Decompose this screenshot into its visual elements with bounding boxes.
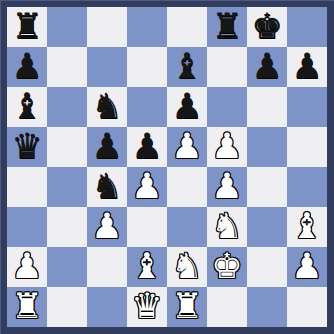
square-b8[interactable] (47, 7, 87, 47)
square-h6[interactable] (287, 87, 327, 127)
square-e6[interactable]: ♟ (167, 87, 207, 127)
square-c2[interactable] (87, 247, 127, 287)
square-b5[interactable] (47, 127, 87, 167)
square-e8[interactable] (167, 7, 207, 47)
square-c1[interactable] (87, 287, 127, 327)
square-c5[interactable]: ♟ (87, 127, 127, 167)
square-f5[interactable]: ♟ (207, 127, 247, 167)
square-d4[interactable]: ♟ (127, 167, 167, 207)
square-a8[interactable]: ♜ (7, 7, 47, 47)
piece-black-rook[interactable]: ♜ (211, 7, 242, 46)
square-g6[interactable] (247, 87, 287, 127)
square-g1[interactable] (247, 287, 287, 327)
square-f1[interactable] (207, 287, 247, 327)
piece-white-knight[interactable]: ♞ (211, 207, 242, 246)
square-f8[interactable]: ♜ (207, 7, 247, 47)
piece-white-pawn[interactable]: ♟ (171, 127, 202, 166)
square-d3[interactable] (127, 207, 167, 247)
square-e1[interactable]: ♜ (167, 287, 207, 327)
piece-black-pawn[interactable]: ♟ (171, 87, 202, 126)
piece-black-knight[interactable]: ♞ (91, 167, 122, 206)
square-a6[interactable]: ♝ (7, 87, 47, 127)
square-d1[interactable]: ♛ (127, 287, 167, 327)
square-a5[interactable]: ♛ (7, 127, 47, 167)
square-g3[interactable] (247, 207, 287, 247)
piece-white-pawn[interactable]: ♟ (211, 167, 242, 206)
piece-white-pawn[interactable]: ♟ (211, 127, 242, 166)
square-g7[interactable]: ♟ (247, 47, 287, 87)
piece-white-pawn[interactable]: ♟ (11, 247, 42, 286)
piece-black-knight[interactable]: ♞ (91, 87, 122, 126)
square-b2[interactable] (47, 247, 87, 287)
square-f4[interactable]: ♟ (207, 167, 247, 207)
piece-white-knight[interactable]: ♞ (171, 247, 202, 286)
square-f7[interactable] (207, 47, 247, 87)
square-a4[interactable] (7, 167, 47, 207)
square-h2[interactable]: ♟ (287, 247, 327, 287)
square-d7[interactable] (127, 47, 167, 87)
square-f6[interactable] (207, 87, 247, 127)
square-h8[interactable] (287, 7, 327, 47)
piece-white-pawn[interactable]: ♟ (291, 247, 322, 286)
piece-white-bishop[interactable]: ♝ (131, 247, 162, 286)
square-e7[interactable]: ♝ (167, 47, 207, 87)
square-h4[interactable] (287, 167, 327, 207)
square-e5[interactable]: ♟ (167, 127, 207, 167)
square-c6[interactable]: ♞ (87, 87, 127, 127)
square-d6[interactable] (127, 87, 167, 127)
square-e3[interactable] (167, 207, 207, 247)
piece-white-king[interactable]: ♚ (211, 247, 242, 286)
piece-black-rook[interactable]: ♜ (11, 7, 42, 46)
square-f2[interactable]: ♚ (207, 247, 247, 287)
square-d8[interactable] (127, 7, 167, 47)
square-h5[interactable] (287, 127, 327, 167)
square-a7[interactable]: ♟ (7, 47, 47, 87)
piece-white-rook[interactable]: ♜ (11, 287, 42, 326)
chess-board: ♜♜♚♟♝♟♟♝♞♟♛♟♟♟♟♞♟♟♟♞♝♟♝♞♚♟♜♛♜ (7, 7, 327, 327)
piece-black-bishop[interactable]: ♝ (11, 87, 42, 126)
piece-white-pawn[interactable]: ♟ (91, 207, 122, 246)
square-b1[interactable] (47, 287, 87, 327)
piece-white-queen[interactable]: ♛ (131, 287, 162, 326)
square-g2[interactable] (247, 247, 287, 287)
square-f3[interactable]: ♞ (207, 207, 247, 247)
square-g4[interactable] (247, 167, 287, 207)
square-e2[interactable]: ♞ (167, 247, 207, 287)
piece-black-pawn[interactable]: ♟ (131, 127, 162, 166)
square-a3[interactable] (7, 207, 47, 247)
square-g8[interactable]: ♚ (247, 7, 287, 47)
piece-black-queen[interactable]: ♛ (11, 127, 42, 166)
square-h3[interactable]: ♝ (287, 207, 327, 247)
square-d5[interactable]: ♟ (127, 127, 167, 167)
square-g5[interactable] (247, 127, 287, 167)
piece-white-rook[interactable]: ♜ (171, 287, 202, 326)
square-a2[interactable]: ♟ (7, 247, 47, 287)
square-b7[interactable] (47, 47, 87, 87)
square-c8[interactable] (87, 7, 127, 47)
piece-white-pawn[interactable]: ♟ (131, 167, 162, 206)
square-h1[interactable] (287, 287, 327, 327)
square-e4[interactable] (167, 167, 207, 207)
chess-board-frame: ♜♜♚♟♝♟♟♝♞♟♛♟♟♟♟♞♟♟♟♞♝♟♝♞♚♟♜♛♜ (0, 0, 334, 334)
piece-black-pawn[interactable]: ♟ (91, 127, 122, 166)
piece-white-bishop[interactable]: ♝ (291, 207, 322, 246)
square-b6[interactable] (47, 87, 87, 127)
piece-black-bishop[interactable]: ♝ (171, 47, 202, 86)
square-c7[interactable] (87, 47, 127, 87)
piece-black-king[interactable]: ♚ (251, 7, 282, 46)
square-h7[interactable]: ♟ (287, 47, 327, 87)
piece-black-pawn[interactable]: ♟ (291, 47, 322, 86)
square-d2[interactable]: ♝ (127, 247, 167, 287)
square-b3[interactable] (47, 207, 87, 247)
square-c4[interactable]: ♞ (87, 167, 127, 207)
square-a1[interactable]: ♜ (7, 287, 47, 327)
piece-black-pawn[interactable]: ♟ (251, 47, 282, 86)
square-b4[interactable] (47, 167, 87, 207)
piece-black-pawn[interactable]: ♟ (11, 47, 42, 86)
square-c3[interactable]: ♟ (87, 207, 127, 247)
